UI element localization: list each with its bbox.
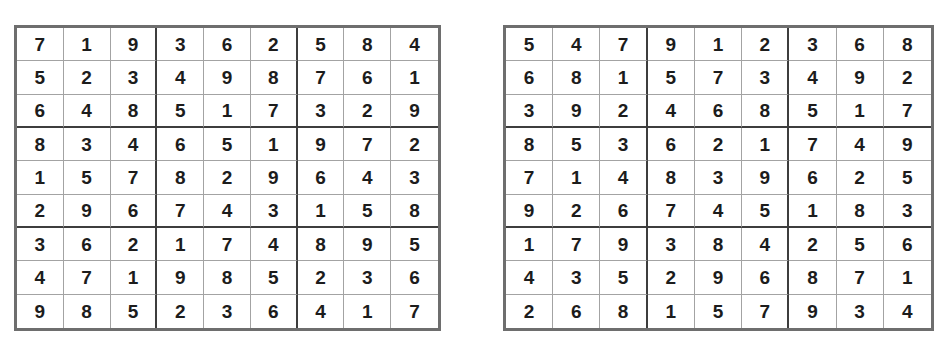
sudoku-cell-r2c7: 7 bbox=[298, 61, 345, 94]
sudoku-cell-r4c9: 2 bbox=[391, 128, 438, 161]
sudoku-cell-r5c6: 9 bbox=[742, 161, 789, 194]
sudoku-cell-r7c6: 4 bbox=[742, 228, 789, 261]
sudoku-cell-r3c2: 9 bbox=[553, 95, 600, 128]
sudoku-cell-r1c4: 3 bbox=[157, 28, 204, 61]
sudoku-board-left: 7193625845234987616485173298346519721578… bbox=[14, 25, 441, 331]
sudoku-cell-r6c7: 1 bbox=[789, 195, 836, 228]
sudoku-cell-r4c3: 4 bbox=[111, 128, 158, 161]
sudoku-cell-r4c7: 7 bbox=[789, 128, 836, 161]
sudoku-cell-r4c2: 5 bbox=[553, 128, 600, 161]
sudoku-cell-r3c1: 3 bbox=[506, 95, 553, 128]
sudoku-cell-r3c1: 6 bbox=[17, 95, 64, 128]
sudoku-cell-r4c8: 7 bbox=[344, 128, 391, 161]
sudoku-cell-r2c3: 3 bbox=[111, 61, 158, 94]
sudoku-cell-r9c9: 4 bbox=[884, 295, 931, 328]
sudoku-cell-r2c3: 1 bbox=[600, 61, 647, 94]
sudoku-cell-r4c3: 3 bbox=[600, 128, 647, 161]
sudoku-cell-r3c8: 1 bbox=[837, 95, 884, 128]
sudoku-cell-r4c5: 2 bbox=[695, 128, 742, 161]
sudoku-cell-r7c4: 3 bbox=[648, 228, 695, 261]
sudoku-cell-r7c5: 8 bbox=[695, 228, 742, 261]
sudoku-cell-r5c9: 3 bbox=[391, 161, 438, 194]
sudoku-cell-r3c3: 2 bbox=[600, 95, 647, 128]
sudoku-cell-r6c8: 8 bbox=[837, 195, 884, 228]
sudoku-cell-r8c9: 1 bbox=[884, 261, 931, 294]
sudoku-cell-r7c4: 1 bbox=[157, 228, 204, 261]
sudoku-cell-r6c4: 7 bbox=[648, 195, 695, 228]
sudoku-cell-r4c1: 8 bbox=[17, 128, 64, 161]
sudoku-cell-r2c1: 6 bbox=[506, 61, 553, 94]
sudoku-cell-r5c2: 5 bbox=[64, 161, 111, 194]
sudoku-cell-r8c2: 7 bbox=[64, 261, 111, 294]
sudoku-cell-r4c4: 6 bbox=[157, 128, 204, 161]
sudoku-cell-r8c2: 3 bbox=[553, 261, 600, 294]
sudoku-cell-r9c3: 5 bbox=[111, 295, 158, 328]
sudoku-cell-r8c8: 3 bbox=[344, 261, 391, 294]
sudoku-cell-r7c8: 9 bbox=[344, 228, 391, 261]
sudoku-cell-r8c1: 4 bbox=[17, 261, 64, 294]
sudoku-board-right: 5479123686815734923924685178536217497148… bbox=[503, 25, 934, 331]
sudoku-cell-r9c2: 8 bbox=[64, 295, 111, 328]
sudoku-cell-r8c1: 4 bbox=[506, 261, 553, 294]
sudoku-cell-r1c9: 4 bbox=[391, 28, 438, 61]
sudoku-cell-r7c3: 9 bbox=[600, 228, 647, 261]
sudoku-cell-r9c5: 5 bbox=[695, 295, 742, 328]
sudoku-cell-r4c1: 8 bbox=[506, 128, 553, 161]
sudoku-cell-r3c5: 1 bbox=[204, 95, 251, 128]
sudoku-cell-r9c4: 2 bbox=[157, 295, 204, 328]
sudoku-cell-r8c4: 9 bbox=[157, 261, 204, 294]
sudoku-cell-r3c3: 8 bbox=[111, 95, 158, 128]
sudoku-cell-r1c6: 2 bbox=[742, 28, 789, 61]
sudoku-cell-r8c3: 1 bbox=[111, 261, 158, 294]
sudoku-cell-r1c7: 5 bbox=[298, 28, 345, 61]
sudoku-cell-r9c6: 6 bbox=[251, 295, 298, 328]
sudoku-cell-r1c2: 1 bbox=[64, 28, 111, 61]
sudoku-cell-r4c8: 4 bbox=[837, 128, 884, 161]
sudoku-cell-r2c9: 1 bbox=[391, 61, 438, 94]
sudoku-cell-r2c9: 2 bbox=[884, 61, 931, 94]
sudoku-cell-r2c2: 8 bbox=[553, 61, 600, 94]
sudoku-cell-r7c5: 7 bbox=[204, 228, 251, 261]
sudoku-cell-r6c1: 2 bbox=[17, 195, 64, 228]
sudoku-cell-r6c8: 5 bbox=[344, 195, 391, 228]
sudoku-cell-r9c8: 1 bbox=[344, 295, 391, 328]
sudoku-cell-r5c4: 8 bbox=[648, 161, 695, 194]
sudoku-cell-r7c9: 6 bbox=[884, 228, 931, 261]
sudoku-cell-r3c6: 7 bbox=[251, 95, 298, 128]
sudoku-cell-r1c5: 6 bbox=[204, 28, 251, 61]
sudoku-cell-r1c1: 7 bbox=[17, 28, 64, 61]
sudoku-cell-r6c1: 9 bbox=[506, 195, 553, 228]
sudoku-cell-r9c4: 1 bbox=[648, 295, 695, 328]
sudoku-cell-r5c3: 4 bbox=[600, 161, 647, 194]
sudoku-cell-r8c6: 5 bbox=[251, 261, 298, 294]
sudoku-cell-r9c7: 9 bbox=[789, 295, 836, 328]
sudoku-cell-r6c5: 4 bbox=[695, 195, 742, 228]
sudoku-cell-r5c8: 2 bbox=[837, 161, 884, 194]
sudoku-cell-r7c7: 2 bbox=[789, 228, 836, 261]
sudoku-cell-r2c1: 5 bbox=[17, 61, 64, 94]
sudoku-cell-r2c8: 6 bbox=[344, 61, 391, 94]
sudoku-cell-r8c5: 9 bbox=[695, 261, 742, 294]
sudoku-cell-r3c7: 5 bbox=[789, 95, 836, 128]
sudoku-cell-r9c2: 6 bbox=[553, 295, 600, 328]
sudoku-cell-r7c7: 8 bbox=[298, 228, 345, 261]
sudoku-cell-r9c6: 7 bbox=[742, 295, 789, 328]
sudoku-cell-r5c9: 5 bbox=[884, 161, 931, 194]
sudoku-cell-r1c7: 3 bbox=[789, 28, 836, 61]
sudoku-cell-r7c2: 6 bbox=[64, 228, 111, 261]
sudoku-cell-r7c1: 1 bbox=[506, 228, 553, 261]
sudoku-cell-r6c2: 2 bbox=[553, 195, 600, 228]
sudoku-cell-r8c8: 7 bbox=[837, 261, 884, 294]
sudoku-cell-r2c5: 7 bbox=[695, 61, 742, 94]
sudoku-cell-r7c3: 2 bbox=[111, 228, 158, 261]
sudoku-cell-r9c8: 3 bbox=[837, 295, 884, 328]
sudoku-cell-r7c9: 5 bbox=[391, 228, 438, 261]
sudoku-cell-r8c6: 6 bbox=[742, 261, 789, 294]
sudoku-cell-r7c8: 5 bbox=[837, 228, 884, 261]
sudoku-cell-r2c5: 9 bbox=[204, 61, 251, 94]
sudoku-cell-r8c3: 5 bbox=[600, 261, 647, 294]
sudoku-cell-r6c2: 9 bbox=[64, 195, 111, 228]
sudoku-cell-r3c4: 5 bbox=[157, 95, 204, 128]
sudoku-cell-r9c7: 4 bbox=[298, 295, 345, 328]
sudoku-cell-r5c6: 9 bbox=[251, 161, 298, 194]
sudoku-cell-r9c1: 2 bbox=[506, 295, 553, 328]
sudoku-cell-r1c5: 1 bbox=[695, 28, 742, 61]
sudoku-cell-r4c6: 1 bbox=[251, 128, 298, 161]
sudoku-cell-r9c1: 9 bbox=[17, 295, 64, 328]
sudoku-cell-r4c5: 5 bbox=[204, 128, 251, 161]
sudoku-cell-r3c4: 4 bbox=[648, 95, 695, 128]
sudoku-cell-r1c2: 4 bbox=[553, 28, 600, 61]
sudoku-cell-r4c9: 9 bbox=[884, 128, 931, 161]
sudoku-cell-r5c3: 7 bbox=[111, 161, 158, 194]
sudoku-cell-r6c7: 1 bbox=[298, 195, 345, 228]
sudoku-cell-r6c9: 3 bbox=[884, 195, 931, 228]
sudoku-cell-r6c3: 6 bbox=[600, 195, 647, 228]
sudoku-cell-r8c9: 6 bbox=[391, 261, 438, 294]
sudoku-cell-r6c4: 7 bbox=[157, 195, 204, 228]
sudoku-cell-r9c3: 8 bbox=[600, 295, 647, 328]
sudoku-cell-r1c9: 8 bbox=[884, 28, 931, 61]
sudoku-cell-r6c6: 3 bbox=[251, 195, 298, 228]
sudoku-cell-r5c4: 8 bbox=[157, 161, 204, 194]
sudoku-cell-r1c3: 9 bbox=[111, 28, 158, 61]
sudoku-cell-r1c8: 6 bbox=[837, 28, 884, 61]
sudoku-cell-r8c5: 8 bbox=[204, 261, 251, 294]
sudoku-cell-r7c2: 7 bbox=[553, 228, 600, 261]
sudoku-cell-r1c1: 5 bbox=[506, 28, 553, 61]
sudoku-cell-r2c2: 2 bbox=[64, 61, 111, 94]
sudoku-cell-r5c8: 4 bbox=[344, 161, 391, 194]
sudoku-cell-r2c6: 3 bbox=[742, 61, 789, 94]
sudoku-cell-r4c4: 6 bbox=[648, 128, 695, 161]
sudoku-cell-r6c9: 8 bbox=[391, 195, 438, 228]
sudoku-cell-r5c7: 6 bbox=[789, 161, 836, 194]
sudoku-cell-r2c7: 4 bbox=[789, 61, 836, 94]
sudoku-cell-r3c9: 7 bbox=[884, 95, 931, 128]
sudoku-cell-r5c5: 2 bbox=[204, 161, 251, 194]
sudoku-cell-r4c6: 1 bbox=[742, 128, 789, 161]
sudoku-cell-r4c2: 3 bbox=[64, 128, 111, 161]
sudoku-cell-r2c4: 4 bbox=[157, 61, 204, 94]
sudoku-cell-r5c7: 6 bbox=[298, 161, 345, 194]
sudoku-cell-r3c6: 8 bbox=[742, 95, 789, 128]
sudoku-cell-r4c7: 9 bbox=[298, 128, 345, 161]
sudoku-cell-r5c5: 3 bbox=[695, 161, 742, 194]
sudoku-cell-r5c2: 1 bbox=[553, 161, 600, 194]
sudoku-cell-r1c4: 9 bbox=[648, 28, 695, 61]
sudoku-cell-r1c3: 7 bbox=[600, 28, 647, 61]
sudoku-cell-r7c1: 3 bbox=[17, 228, 64, 261]
sudoku-cell-r6c3: 6 bbox=[111, 195, 158, 228]
sudoku-cell-r2c8: 9 bbox=[837, 61, 884, 94]
sudoku-cell-r3c7: 3 bbox=[298, 95, 345, 128]
sudoku-cell-r3c9: 9 bbox=[391, 95, 438, 128]
sudoku-cell-r2c6: 8 bbox=[251, 61, 298, 94]
sudoku-cell-r5c1: 1 bbox=[17, 161, 64, 194]
sudoku-page: 7193625845234987616485173298346519721578… bbox=[0, 0, 945, 355]
sudoku-cell-r7c6: 4 bbox=[251, 228, 298, 261]
sudoku-cell-r6c5: 4 bbox=[204, 195, 251, 228]
sudoku-cell-r6c6: 5 bbox=[742, 195, 789, 228]
sudoku-cell-r3c8: 2 bbox=[344, 95, 391, 128]
sudoku-cell-r1c8: 8 bbox=[344, 28, 391, 61]
sudoku-cell-r2c4: 5 bbox=[648, 61, 695, 94]
sudoku-cell-r9c9: 7 bbox=[391, 295, 438, 328]
sudoku-cell-r8c7: 2 bbox=[298, 261, 345, 294]
sudoku-cell-r8c4: 2 bbox=[648, 261, 695, 294]
sudoku-cell-r5c1: 7 bbox=[506, 161, 553, 194]
sudoku-cell-r3c2: 4 bbox=[64, 95, 111, 128]
sudoku-cell-r8c7: 8 bbox=[789, 261, 836, 294]
sudoku-cell-r1c6: 2 bbox=[251, 28, 298, 61]
sudoku-cell-r9c5: 3 bbox=[204, 295, 251, 328]
sudoku-cell-r3c5: 6 bbox=[695, 95, 742, 128]
